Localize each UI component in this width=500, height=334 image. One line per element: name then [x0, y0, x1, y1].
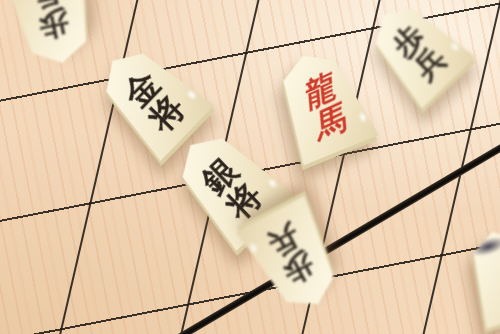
shogi-photo-stage: 歩 兵 金 将 銀 将: [0, 0, 500, 334]
piece-kanji: 歩 兵: [0, 0, 105, 60]
